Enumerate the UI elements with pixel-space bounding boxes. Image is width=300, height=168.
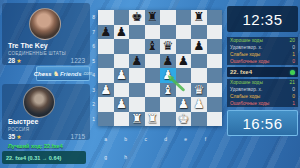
logo-friends-text: Friends — [60, 71, 82, 77]
square-e5[interactable]: ♟ — [160, 54, 176, 69]
black-queen[interactable]: ♛ — [160, 39, 176, 54]
move-eval-text: 22. fxe4 (0.31 → 0.64) — [6, 155, 61, 161]
stat-label: Хорошие ходы — [230, 80, 263, 85]
square-f2[interactable]: ♟ — [176, 97, 192, 112]
square-b1[interactable] — [114, 112, 130, 127]
square-h2[interactable] — [207, 97, 223, 112]
star-icon: ★ — [16, 57, 21, 64]
stat-row-bad: Ошибочные ходы 1 — [227, 100, 298, 107]
top-player-rating: 1223 — [71, 57, 85, 64]
square-c4[interactable] — [129, 68, 145, 83]
stat-row-weak: Слабые ходы 0 — [227, 93, 298, 100]
square-b7[interactable]: ♟ — [114, 25, 130, 40]
rank-label: 5 — [88, 54, 96, 69]
square-h6[interactable] — [207, 39, 223, 54]
stat-row-good: Хорошие ходы 21 — [227, 79, 298, 86]
black-pawn[interactable]: ♟ — [98, 25, 114, 40]
game-screen: Tre The Key СОЕДИНЕННЫЕ ШТАТЫ 28 ★ 1223 … — [0, 0, 300, 168]
file-label: a — [98, 136, 114, 142]
square-a2[interactable] — [98, 97, 114, 112]
black-bishop[interactable]: ♝ — [145, 39, 161, 54]
square-c1[interactable]: ♜ — [129, 112, 145, 127]
square-f8[interactable] — [176, 10, 192, 25]
black-pawn[interactable]: ♟ — [114, 25, 130, 40]
stat-row-ok: Удовлетвор. х. 0 — [227, 86, 298, 93]
bottom-player-stars: 35 — [8, 133, 15, 140]
rank-label: 1 — [88, 112, 96, 127]
white-bishop[interactable]: ♝ — [160, 83, 176, 98]
file-label: d — [158, 136, 174, 142]
white-pawn[interactable]: ♟ — [176, 97, 192, 112]
white-pawn[interactable]: ♟ — [114, 68, 130, 83]
stat-label: Слабые ходы — [230, 52, 260, 57]
square-a7[interactable]: ♟ — [98, 25, 114, 40]
black-rook[interactable]: ♜ — [145, 10, 161, 25]
black-pawn[interactable]: ♟ — [191, 39, 207, 54]
stat-row-bad: Ошибочные ходы 0 — [227, 58, 298, 65]
square-a4[interactable] — [98, 68, 114, 83]
square-c6[interactable] — [129, 39, 145, 54]
stat-value: 1 — [292, 100, 295, 106]
white-pawn[interactable]: ♟ — [114, 97, 130, 112]
square-f1[interactable]: ♚ — [176, 112, 192, 127]
square-d2[interactable] — [145, 97, 161, 112]
square-a8[interactable] — [98, 10, 114, 25]
square-d5[interactable] — [145, 54, 161, 69]
stat-row-good: Хорошие ходы 20 — [227, 37, 298, 44]
rank-label: 3 — [88, 83, 96, 98]
square-e4[interactable]: ♟ — [160, 68, 176, 83]
white-pawn[interactable]: ♟ — [98, 83, 114, 98]
knight-icon: ♞ — [53, 71, 59, 77]
top-player-stars: 28 — [8, 57, 15, 64]
square-g4[interactable] — [191, 68, 207, 83]
file-label: h — [118, 154, 134, 160]
square-b3[interactable] — [114, 83, 130, 98]
stat-value: 1 — [292, 51, 295, 57]
black-pawn[interactable]: ♟ — [160, 54, 176, 69]
stat-label: Ошибочные ходы — [230, 101, 269, 106]
white-rook[interactable]: ♜ — [129, 112, 145, 127]
square-g5[interactable] — [191, 54, 207, 69]
square-c3[interactable] — [129, 83, 145, 98]
black-pawn[interactable]: ♟ — [129, 54, 145, 69]
player-card-bottom: Быстрее РОССИЯ 35 ★ 1715 — [2, 84, 90, 140]
black-king[interactable]: ♚ — [129, 10, 145, 25]
square-b6[interactable] — [114, 39, 130, 54]
bottom-player-clock-active: 16:56 — [227, 110, 298, 136]
square-a3[interactable]: ♟ — [98, 83, 114, 98]
square-d8[interactable]: ♜ — [145, 10, 161, 25]
player-card-top: Tre The Key СОЕДИНЕННЫЕ ШТАТЫ 28 ★ 1223 — [2, 3, 90, 65]
file-label: f — [198, 136, 214, 142]
square-b5[interactable] — [114, 54, 130, 69]
logo-chess-text: Chess — [34, 71, 52, 77]
square-f7[interactable] — [176, 25, 192, 40]
star-icon: ★ — [16, 133, 21, 140]
square-f4[interactable] — [176, 68, 192, 83]
last-move-header: 22. fxe4 — [227, 67, 298, 77]
square-h7[interactable] — [207, 25, 223, 40]
top-player-stats-table: Хорошие ходы 20 Удовлетвор. х. 0 Слабые … — [227, 37, 298, 65]
stat-value: 0 — [292, 93, 295, 99]
rank-label: 7 — [88, 25, 96, 40]
move-eval-box: 22. fxe4 (0.31 → 0.64) — [2, 151, 86, 164]
chessfriends-logo: Chess ♞ Friends .com — [36, 66, 90, 81]
square-b2[interactable]: ♟ — [114, 97, 130, 112]
top-player-avatar[interactable] — [29, 8, 61, 40]
bottom-player-name: Быстрее — [8, 118, 87, 125]
file-label: g — [98, 154, 114, 160]
rank-labels: 8 7 6 5 4 3 2 1 — [88, 10, 96, 126]
rank-label: 8 — [88, 10, 96, 25]
square-h4[interactable] — [207, 68, 223, 83]
rank-label: 2 — [88, 97, 96, 112]
bottom-player-avatar[interactable] — [23, 86, 55, 118]
square-d7[interactable] — [145, 25, 161, 40]
square-e2[interactable] — [160, 97, 176, 112]
chess-board: ♚♜♜♟♟♝♛♟♟♟♟♟♟♟♝♛♟♟♟♜♜♚ — [98, 10, 222, 126]
square-a5[interactable] — [98, 54, 114, 69]
rank-label: 6 — [88, 39, 96, 54]
white-pawn[interactable]: ♟ — [160, 68, 176, 83]
stat-value: 0 — [292, 86, 295, 92]
bottom-player-stats-table: Хорошие ходы 21 Удовлетвор. х. 0 Слабые … — [227, 79, 298, 107]
stat-row-weak: Слабые ходы 1 — [227, 51, 298, 58]
square-h8[interactable] — [207, 10, 223, 25]
stat-value: 21 — [289, 79, 295, 85]
stat-value: 20 — [289, 37, 295, 43]
square-g2[interactable]: ♟ — [191, 97, 207, 112]
square-e3[interactable]: ♝ — [160, 83, 176, 98]
square-g7[interactable] — [191, 25, 207, 40]
square-d6[interactable]: ♝ — [145, 39, 161, 54]
square-g3[interactable]: ♛ — [191, 83, 207, 98]
square-e7[interactable] — [160, 25, 176, 40]
white-rook[interactable]: ♜ — [145, 112, 161, 127]
square-c7[interactable] — [129, 25, 145, 40]
square-a6[interactable] — [98, 39, 114, 54]
top-player-name: Tre The Key — [8, 42, 87, 49]
square-a1[interactable] — [98, 112, 114, 127]
square-g1[interactable] — [191, 112, 207, 127]
stat-label: Слабые ходы — [230, 94, 260, 99]
black-pawn[interactable]: ♟ — [176, 54, 192, 69]
last-move-label: 22. fxe4 — [230, 69, 252, 75]
square-d1[interactable]: ♜ — [145, 112, 161, 127]
white-pawn[interactable]: ♟ — [191, 97, 207, 112]
stat-row-ok: Удовлетвор. х. 0 — [227, 44, 298, 51]
stat-label: Ошибочные ходы — [230, 59, 269, 64]
square-e8[interactable] — [160, 10, 176, 25]
square-f6[interactable] — [176, 39, 192, 54]
white-queen[interactable]: ♛ — [191, 83, 207, 98]
stat-value: 0 — [292, 44, 295, 50]
top-player-clock: 12:35 — [227, 6, 298, 32]
file-label: e — [178, 136, 194, 142]
file-labels: a b c d e f g h — [98, 127, 222, 134]
square-c8[interactable]: ♚ — [129, 10, 145, 25]
square-d4[interactable] — [145, 68, 161, 83]
stat-label: Удовлетвор. х. — [230, 45, 262, 50]
square-b8[interactable] — [114, 10, 130, 25]
square-c2[interactable] — [129, 97, 145, 112]
stat-label: Удовлетвор. х. — [230, 87, 262, 92]
stat-label: Хорошие ходы — [230, 38, 263, 43]
square-f5[interactable]: ♟ — [176, 54, 192, 69]
black-rook[interactable]: ♜ — [191, 10, 207, 25]
square-g6[interactable]: ♟ — [191, 39, 207, 54]
square-h3[interactable] — [207, 83, 223, 98]
stat-value: 0 — [292, 58, 295, 64]
square-e1[interactable] — [160, 112, 176, 127]
square-e6[interactable]: ♛ — [160, 39, 176, 54]
good-move-dot-icon — [290, 70, 295, 75]
square-b4[interactable]: ♟ — [114, 68, 130, 83]
square-c5[interactable]: ♟ — [129, 54, 145, 69]
square-f3[interactable] — [176, 83, 192, 98]
square-g8[interactable]: ♜ — [191, 10, 207, 25]
file-label: b — [118, 136, 134, 142]
square-h5[interactable] — [207, 54, 223, 69]
bottom-player-rating: 1715 — [71, 133, 85, 140]
white-king[interactable]: ♚ — [176, 112, 192, 127]
file-label: c — [138, 136, 154, 142]
best-move-text: Лучший ход: 22.fxe4 — [8, 143, 63, 149]
square-d3[interactable] — [145, 83, 161, 98]
square-h1[interactable] — [207, 112, 223, 127]
rank-label: 4 — [88, 68, 96, 83]
